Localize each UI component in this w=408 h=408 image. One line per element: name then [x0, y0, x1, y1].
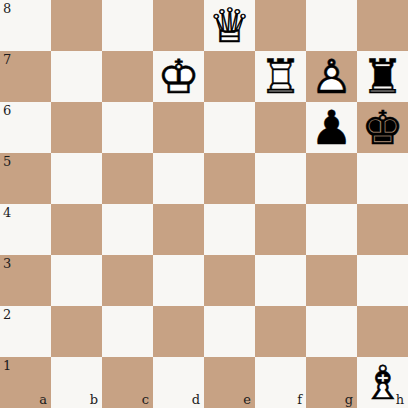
square-a4[interactable]: 4	[0, 204, 51, 255]
square-f5[interactable]	[255, 153, 306, 204]
white-king-icon: ♔	[153, 51, 204, 102]
rank-label-2: 2	[3, 308, 11, 321]
square-e2[interactable]	[204, 306, 255, 357]
square-h1[interactable]: h♝♗	[357, 357, 408, 408]
square-d5[interactable]	[153, 153, 204, 204]
square-d4[interactable]	[153, 204, 204, 255]
square-b2[interactable]	[51, 306, 102, 357]
black-king-h6[interactable]: ♚	[357, 102, 408, 153]
white-rook-icon: ♖	[255, 51, 306, 102]
square-e7[interactable]	[204, 51, 255, 102]
square-h7[interactable]: ♜	[357, 51, 408, 102]
square-f4[interactable]	[255, 204, 306, 255]
rank-label-7: 7	[3, 53, 11, 66]
square-b1[interactable]: b	[51, 357, 102, 408]
square-f3[interactable]	[255, 255, 306, 306]
square-f8[interactable]	[255, 0, 306, 51]
square-b8[interactable]	[51, 0, 102, 51]
file-label-c: c	[142, 393, 149, 406]
square-c7[interactable]	[102, 51, 153, 102]
square-g4[interactable]	[306, 204, 357, 255]
square-a1[interactable]: 1a	[0, 357, 51, 408]
square-g8[interactable]	[306, 0, 357, 51]
file-label-f: f	[297, 393, 302, 406]
square-g1[interactable]: g	[306, 357, 357, 408]
square-b3[interactable]	[51, 255, 102, 306]
square-d2[interactable]	[153, 306, 204, 357]
white-queen-icon: ♕	[204, 0, 255, 51]
square-f1[interactable]: f	[255, 357, 306, 408]
square-h2[interactable]	[357, 306, 408, 357]
chess-board: 8♛♕7♚♔♜♖♟♙♜6♟♚54321abcdefgh♝♗	[0, 0, 408, 408]
square-f7[interactable]: ♜♖	[255, 51, 306, 102]
square-g2[interactable]	[306, 306, 357, 357]
square-d3[interactable]	[153, 255, 204, 306]
square-h6[interactable]: ♚	[357, 102, 408, 153]
file-label-g: g	[345, 393, 353, 406]
square-d8[interactable]	[153, 0, 204, 51]
white-king-d7[interactable]: ♚♔	[153, 51, 204, 102]
black-pawn-g6[interactable]: ♟	[306, 102, 357, 153]
square-d6[interactable]	[153, 102, 204, 153]
square-e5[interactable]	[204, 153, 255, 204]
white-rook-f7[interactable]: ♜♖	[255, 51, 306, 102]
file-label-e: e	[243, 393, 251, 406]
square-h3[interactable]	[357, 255, 408, 306]
rank-label-1: 1	[3, 359, 11, 372]
square-e8[interactable]: ♛♕	[204, 0, 255, 51]
square-a7[interactable]: 7	[0, 51, 51, 102]
white-bishop-icon: ♗	[357, 357, 408, 408]
rank-label-6: 6	[3, 104, 11, 117]
square-d7[interactable]: ♚♔	[153, 51, 204, 102]
square-a3[interactable]: 3	[0, 255, 51, 306]
square-a6[interactable]: 6	[0, 102, 51, 153]
file-label-a: a	[39, 393, 47, 406]
square-c3[interactable]	[102, 255, 153, 306]
square-h8[interactable]	[357, 0, 408, 51]
black-king-icon: ♚	[357, 102, 408, 153]
square-f2[interactable]	[255, 306, 306, 357]
rank-label-5: 5	[3, 155, 11, 168]
square-e4[interactable]	[204, 204, 255, 255]
white-pawn-icon: ♙	[306, 51, 357, 102]
square-e1[interactable]: e	[204, 357, 255, 408]
black-rook-icon: ♜	[357, 51, 408, 102]
square-h4[interactable]	[357, 204, 408, 255]
file-label-d: d	[192, 393, 200, 406]
square-c8[interactable]	[102, 0, 153, 51]
white-pawn-g7[interactable]: ♟♙	[306, 51, 357, 102]
black-rook-h7[interactable]: ♜	[357, 51, 408, 102]
square-c1[interactable]: c	[102, 357, 153, 408]
square-a2[interactable]: 2	[0, 306, 51, 357]
square-c6[interactable]	[102, 102, 153, 153]
square-b6[interactable]	[51, 102, 102, 153]
square-c4[interactable]	[102, 204, 153, 255]
black-pawn-icon: ♟	[306, 102, 357, 153]
square-d1[interactable]: d	[153, 357, 204, 408]
square-g5[interactable]	[306, 153, 357, 204]
square-g7[interactable]: ♟♙	[306, 51, 357, 102]
white-bishop-h1[interactable]: ♝♗	[357, 357, 408, 408]
square-b7[interactable]	[51, 51, 102, 102]
square-g3[interactable]	[306, 255, 357, 306]
square-g6[interactable]: ♟	[306, 102, 357, 153]
square-b5[interactable]	[51, 153, 102, 204]
rank-label-3: 3	[3, 257, 11, 270]
square-e6[interactable]	[204, 102, 255, 153]
square-f6[interactable]	[255, 102, 306, 153]
square-c2[interactable]	[102, 306, 153, 357]
rank-label-4: 4	[3, 206, 11, 219]
file-label-b: b	[90, 393, 98, 406]
square-a8[interactable]: 8	[0, 0, 51, 51]
square-h5[interactable]	[357, 153, 408, 204]
square-b4[interactable]	[51, 204, 102, 255]
rank-label-8: 8	[3, 2, 11, 15]
square-e3[interactable]	[204, 255, 255, 306]
white-queen-e8[interactable]: ♛♕	[204, 0, 255, 51]
square-a5[interactable]: 5	[0, 153, 51, 204]
square-c5[interactable]	[102, 153, 153, 204]
